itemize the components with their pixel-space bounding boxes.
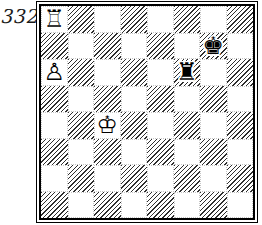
square-b4[interactable] <box>68 112 95 139</box>
square-a1[interactable] <box>41 192 68 219</box>
square-h2[interactable] <box>227 165 254 192</box>
square-c4[interactable]: ♔ <box>94 112 121 139</box>
square-g4[interactable] <box>200 112 227 139</box>
square-b1[interactable] <box>68 192 95 219</box>
square-g2[interactable] <box>200 165 227 192</box>
square-e6[interactable] <box>147 59 174 86</box>
square-f1[interactable] <box>174 192 201 219</box>
square-h7[interactable] <box>227 33 254 60</box>
square-f6[interactable]: ♜ <box>174 59 201 86</box>
square-a4[interactable] <box>41 112 68 139</box>
square-e2[interactable] <box>147 165 174 192</box>
square-d5[interactable] <box>121 86 148 113</box>
square-b5[interactable] <box>68 86 95 113</box>
square-c1[interactable] <box>94 192 121 219</box>
square-d1[interactable] <box>121 192 148 219</box>
square-h8[interactable] <box>227 6 254 33</box>
square-b3[interactable] <box>68 139 95 166</box>
square-e3[interactable] <box>147 139 174 166</box>
square-b8[interactable] <box>68 6 95 33</box>
square-g8[interactable] <box>200 6 227 33</box>
square-d8[interactable] <box>121 6 148 33</box>
square-c3[interactable] <box>94 139 121 166</box>
square-e4[interactable] <box>147 112 174 139</box>
square-c5[interactable] <box>94 86 121 113</box>
square-f8[interactable] <box>174 6 201 33</box>
square-e8[interactable] <box>147 6 174 33</box>
square-a7[interactable] <box>41 33 68 60</box>
square-b6[interactable] <box>68 59 95 86</box>
square-b7[interactable] <box>68 33 95 60</box>
square-a5[interactable] <box>41 86 68 113</box>
piece-black-king: ♚ <box>202 34 224 58</box>
square-b2[interactable] <box>68 165 95 192</box>
square-f7[interactable] <box>174 33 201 60</box>
square-f3[interactable] <box>174 139 201 166</box>
square-c8[interactable] <box>94 6 121 33</box>
square-g5[interactable] <box>200 86 227 113</box>
square-f4[interactable] <box>174 112 201 139</box>
square-h6[interactable] <box>227 59 254 86</box>
square-e5[interactable] <box>147 86 174 113</box>
chess-board-frame: ♖♚♙♜♔ <box>36 1 258 223</box>
square-c7[interactable] <box>94 33 121 60</box>
square-d2[interactable] <box>121 165 148 192</box>
square-e1[interactable] <box>147 192 174 219</box>
square-c2[interactable] <box>94 165 121 192</box>
square-d7[interactable] <box>121 33 148 60</box>
piece-black-rook: ♜ <box>176 60 198 84</box>
square-g3[interactable] <box>200 139 227 166</box>
chess-board: ♖♚♙♜♔ <box>39 4 255 220</box>
piece-white-pawn: ♙ <box>43 60 65 84</box>
square-h5[interactable] <box>227 86 254 113</box>
square-g1[interactable] <box>200 192 227 219</box>
square-c6[interactable] <box>94 59 121 86</box>
piece-white-king: ♔ <box>96 113 118 137</box>
diagram-number: 332 <box>0 5 34 27</box>
square-h4[interactable] <box>227 112 254 139</box>
square-a2[interactable] <box>41 165 68 192</box>
square-f2[interactable] <box>174 165 201 192</box>
square-g7[interactable]: ♚ <box>200 33 227 60</box>
square-g6[interactable] <box>200 59 227 86</box>
square-a8[interactable]: ♖ <box>41 6 68 33</box>
square-d3[interactable] <box>121 139 148 166</box>
chess-diagram-page: 332 ♖♚♙♜♔ <box>0 0 262 225</box>
square-a6[interactable]: ♙ <box>41 59 68 86</box>
square-e7[interactable] <box>147 33 174 60</box>
square-h1[interactable] <box>227 192 254 219</box>
square-d4[interactable] <box>121 112 148 139</box>
square-d6[interactable] <box>121 59 148 86</box>
square-a3[interactable] <box>41 139 68 166</box>
piece-white-rook: ♖ <box>43 7 65 31</box>
square-h3[interactable] <box>227 139 254 166</box>
square-f5[interactable] <box>174 86 201 113</box>
